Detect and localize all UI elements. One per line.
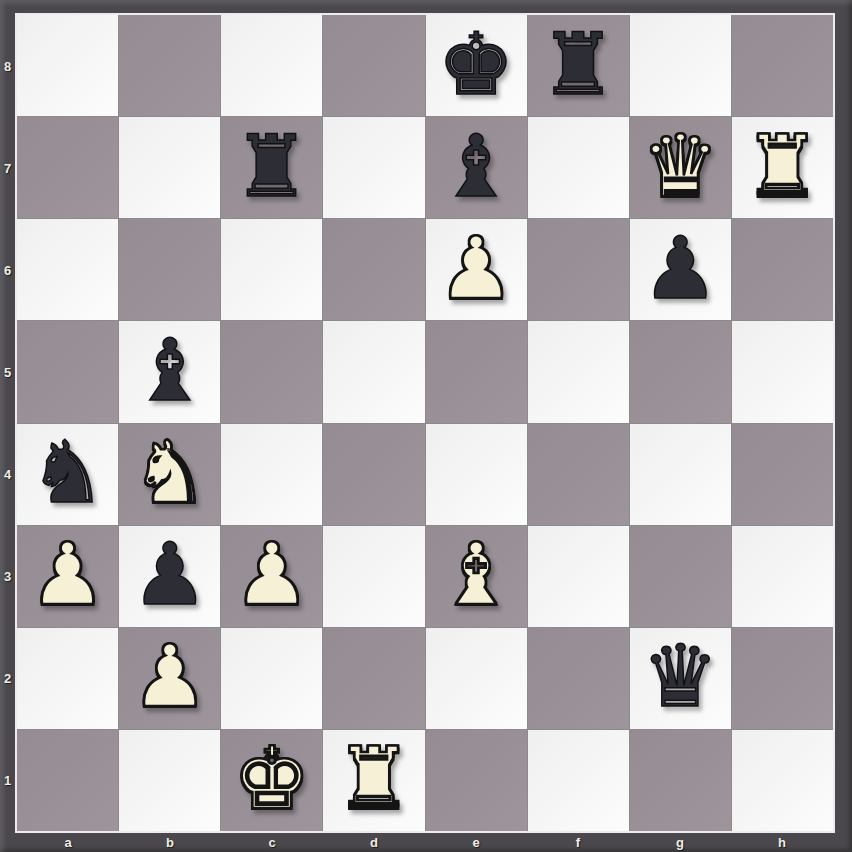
square-b4[interactable]: ♞ — [119, 424, 220, 525]
black-pawn[interactable]: ♟ — [119, 526, 220, 627]
square-a7[interactable] — [17, 117, 118, 218]
file-label-a: a — [17, 832, 119, 852]
file-label-c: c — [221, 832, 323, 852]
rank-label-3: 3 — [0, 525, 15, 627]
white-bishop[interactable]: ♝ — [426, 526, 527, 627]
square-b3[interactable]: ♟ — [119, 526, 220, 627]
square-a1[interactable] — [17, 730, 118, 831]
white-pawn[interactable]: ♟ — [119, 628, 220, 729]
white-rook[interactable]: ♜ — [732, 117, 833, 218]
chessboard-frame: 87654321 abcdefgh ♚♜♜♝♛♜♟♟♝♞♞♟♟♟♝♟♛♚♜ — [0, 0, 852, 852]
white-king[interactable]: ♚ — [221, 730, 322, 831]
square-h7[interactable]: ♜ — [732, 117, 833, 218]
square-e4[interactable] — [426, 424, 527, 525]
square-f8[interactable]: ♜ — [528, 15, 629, 116]
file-label-d: d — [323, 832, 425, 852]
square-g6[interactable]: ♟ — [630, 219, 731, 320]
square-b8[interactable] — [119, 15, 220, 116]
black-knight[interactable]: ♞ — [17, 424, 118, 525]
square-f4[interactable] — [528, 424, 629, 525]
white-rook[interactable]: ♜ — [323, 730, 424, 831]
rank-label-1: 1 — [0, 729, 15, 831]
file-label-b: b — [119, 832, 221, 852]
black-rook[interactable]: ♜ — [528, 15, 629, 116]
square-g2[interactable]: ♛ — [630, 628, 731, 729]
square-c6[interactable] — [221, 219, 322, 320]
square-h2[interactable] — [732, 628, 833, 729]
square-h8[interactable] — [732, 15, 833, 116]
square-b6[interactable] — [119, 219, 220, 320]
black-bishop[interactable]: ♝ — [426, 117, 527, 218]
square-a2[interactable] — [17, 628, 118, 729]
square-e6[interactable]: ♟ — [426, 219, 527, 320]
rank-label-5: 5 — [0, 321, 15, 423]
square-a4[interactable]: ♞ — [17, 424, 118, 525]
square-h3[interactable] — [732, 526, 833, 627]
square-d3[interactable] — [323, 526, 424, 627]
square-c4[interactable] — [221, 424, 322, 525]
square-e7[interactable]: ♝ — [426, 117, 527, 218]
square-e8[interactable]: ♚ — [426, 15, 527, 116]
square-f2[interactable] — [528, 628, 629, 729]
square-h4[interactable] — [732, 424, 833, 525]
square-c5[interactable] — [221, 321, 322, 422]
square-h1[interactable] — [732, 730, 833, 831]
white-pawn[interactable]: ♟ — [17, 526, 118, 627]
square-a6[interactable] — [17, 219, 118, 320]
square-d7[interactable] — [323, 117, 424, 218]
square-f5[interactable] — [528, 321, 629, 422]
square-c8[interactable] — [221, 15, 322, 116]
square-e1[interactable] — [426, 730, 527, 831]
black-bishop[interactable]: ♝ — [119, 321, 220, 422]
rank-labels: 87654321 — [0, 15, 15, 831]
square-f6[interactable] — [528, 219, 629, 320]
square-a3[interactable]: ♟ — [17, 526, 118, 627]
square-c2[interactable] — [221, 628, 322, 729]
black-king[interactable]: ♚ — [426, 15, 527, 116]
square-d1[interactable]: ♜ — [323, 730, 424, 831]
square-g5[interactable] — [630, 321, 731, 422]
rank-label-8: 8 — [0, 15, 15, 117]
file-label-h: h — [731, 832, 833, 852]
black-queen[interactable]: ♛ — [630, 628, 731, 729]
square-b1[interactable] — [119, 730, 220, 831]
square-d4[interactable] — [323, 424, 424, 525]
file-label-g: g — [629, 832, 731, 852]
square-b7[interactable] — [119, 117, 220, 218]
file-labels: abcdefgh — [17, 832, 833, 852]
square-h5[interactable] — [732, 321, 833, 422]
square-b5[interactable]: ♝ — [119, 321, 220, 422]
white-pawn[interactable]: ♟ — [221, 526, 322, 627]
square-e2[interactable] — [426, 628, 527, 729]
rank-label-6: 6 — [0, 219, 15, 321]
rank-label-7: 7 — [0, 117, 15, 219]
square-g7[interactable]: ♛ — [630, 117, 731, 218]
rank-label-2: 2 — [0, 627, 15, 729]
square-d6[interactable] — [323, 219, 424, 320]
rank-label-4: 4 — [0, 423, 15, 525]
square-g3[interactable] — [630, 526, 731, 627]
white-pawn[interactable]: ♟ — [426, 219, 527, 320]
square-d5[interactable] — [323, 321, 424, 422]
square-g4[interactable] — [630, 424, 731, 525]
square-f7[interactable] — [528, 117, 629, 218]
square-c1[interactable]: ♚ — [221, 730, 322, 831]
square-g1[interactable] — [630, 730, 731, 831]
white-knight[interactable]: ♞ — [119, 424, 220, 525]
square-d2[interactable] — [323, 628, 424, 729]
black-rook[interactable]: ♜ — [221, 117, 322, 218]
black-pawn[interactable]: ♟ — [630, 219, 731, 320]
square-c7[interactable]: ♜ — [221, 117, 322, 218]
square-b2[interactable]: ♟ — [119, 628, 220, 729]
square-f1[interactable] — [528, 730, 629, 831]
square-e5[interactable] — [426, 321, 527, 422]
square-h6[interactable] — [732, 219, 833, 320]
file-label-e: e — [425, 832, 527, 852]
white-queen[interactable]: ♛ — [630, 117, 731, 218]
square-e3[interactable]: ♝ — [426, 526, 527, 627]
square-f3[interactable] — [528, 526, 629, 627]
square-a5[interactable] — [17, 321, 118, 422]
square-d8[interactable] — [323, 15, 424, 116]
square-c3[interactable]: ♟ — [221, 526, 322, 627]
chessboard: ♚♜♜♝♛♜♟♟♝♞♞♟♟♟♝♟♛♚♜ — [15, 13, 835, 833]
square-g8[interactable] — [630, 15, 731, 116]
square-a8[interactable] — [17, 15, 118, 116]
file-label-f: f — [527, 832, 629, 852]
